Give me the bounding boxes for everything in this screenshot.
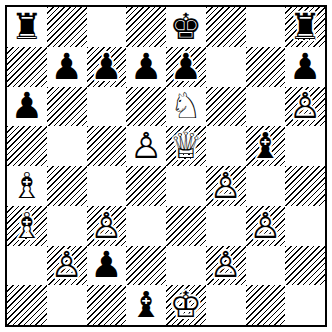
piece-white-pawn: ♙ bbox=[209, 247, 241, 283]
square-h6[interactable]: ♙ bbox=[285, 87, 325, 127]
piece-black-rook: ♜ bbox=[11, 9, 43, 45]
square-g3[interactable]: ♙ bbox=[246, 206, 286, 246]
piece-black-bishop: ♝ bbox=[249, 128, 281, 164]
square-c1[interactable] bbox=[87, 285, 127, 325]
square-e6[interactable]: ♘ bbox=[166, 87, 206, 127]
piece-black-rook: ♜ bbox=[289, 9, 321, 45]
square-a8[interactable]: ♜ bbox=[7, 7, 47, 47]
piece-black-bishop: ♝ bbox=[130, 287, 162, 323]
square-b1[interactable] bbox=[47, 285, 87, 325]
square-f6[interactable] bbox=[206, 87, 246, 127]
piece-white-pawn: ♙ bbox=[50, 247, 82, 283]
square-a6[interactable]: ♟ bbox=[7, 87, 47, 127]
square-f3[interactable] bbox=[206, 206, 246, 246]
piece-white-king: ♔ bbox=[170, 287, 202, 323]
square-e7[interactable]: ♟ bbox=[166, 47, 206, 87]
square-c5[interactable] bbox=[87, 126, 127, 166]
square-a1[interactable] bbox=[7, 285, 47, 325]
piece-black-pawn: ♟ bbox=[11, 88, 43, 124]
piece-black-king: ♚ bbox=[170, 9, 202, 45]
square-g7[interactable] bbox=[246, 47, 286, 87]
square-f7[interactable] bbox=[206, 47, 246, 87]
piece-black-pawn: ♟ bbox=[289, 49, 321, 85]
piece-white-bishop: ♗ bbox=[11, 208, 43, 244]
square-g6[interactable] bbox=[246, 87, 286, 127]
square-h2[interactable] bbox=[285, 246, 325, 286]
square-b7[interactable]: ♟ bbox=[47, 47, 87, 87]
square-b4[interactable] bbox=[47, 166, 87, 206]
square-f4[interactable]: ♙ bbox=[206, 166, 246, 206]
piece-white-queen: ♕ bbox=[170, 128, 202, 164]
piece-black-pawn: ♟ bbox=[90, 247, 122, 283]
piece-black-pawn: ♟ bbox=[50, 49, 82, 85]
square-b2[interactable]: ♙ bbox=[47, 246, 87, 286]
square-d3[interactable] bbox=[126, 206, 166, 246]
square-d6[interactable] bbox=[126, 87, 166, 127]
square-g1[interactable] bbox=[246, 285, 286, 325]
piece-white-pawn: ♙ bbox=[90, 208, 122, 244]
piece-white-pawn: ♙ bbox=[209, 168, 241, 204]
square-a2[interactable] bbox=[7, 246, 47, 286]
square-g8[interactable] bbox=[246, 7, 286, 47]
square-a7[interactable] bbox=[7, 47, 47, 87]
square-d4[interactable] bbox=[126, 166, 166, 206]
square-e5[interactable]: ♕ bbox=[166, 126, 206, 166]
chess-board: ♜♚♜♟♟♟♟♟♟♘♙♙♕♝♗♙♗♙♙♙♟♙♝♔ bbox=[5, 5, 327, 327]
square-h1[interactable] bbox=[285, 285, 325, 325]
square-c4[interactable] bbox=[87, 166, 127, 206]
square-h3[interactable] bbox=[285, 206, 325, 246]
piece-white-knight: ♘ bbox=[170, 88, 202, 124]
square-d7[interactable]: ♟ bbox=[126, 47, 166, 87]
square-h7[interactable]: ♟ bbox=[285, 47, 325, 87]
square-g2[interactable] bbox=[246, 246, 286, 286]
square-b3[interactable] bbox=[47, 206, 87, 246]
square-f5[interactable] bbox=[206, 126, 246, 166]
square-c6[interactable] bbox=[87, 87, 127, 127]
piece-white-pawn: ♙ bbox=[130, 128, 162, 164]
piece-white-pawn: ♙ bbox=[249, 208, 281, 244]
square-e3[interactable] bbox=[166, 206, 206, 246]
piece-black-pawn: ♟ bbox=[130, 49, 162, 85]
square-h5[interactable] bbox=[285, 126, 325, 166]
square-a5[interactable] bbox=[7, 126, 47, 166]
square-e1[interactable]: ♔ bbox=[166, 285, 206, 325]
square-b6[interactable] bbox=[47, 87, 87, 127]
square-h4[interactable] bbox=[285, 166, 325, 206]
piece-black-pawn: ♟ bbox=[90, 49, 122, 85]
square-f8[interactable] bbox=[206, 7, 246, 47]
square-g5[interactable]: ♝ bbox=[246, 126, 286, 166]
square-c8[interactable] bbox=[87, 7, 127, 47]
square-c7[interactable]: ♟ bbox=[87, 47, 127, 87]
square-b8[interactable] bbox=[47, 7, 87, 47]
square-e2[interactable] bbox=[166, 246, 206, 286]
square-f1[interactable] bbox=[206, 285, 246, 325]
square-h8[interactable]: ♜ bbox=[285, 7, 325, 47]
diagram-frame: ♜♚♜♟♟♟♟♟♟♘♙♙♕♝♗♙♗♙♙♙♟♙♝♔ bbox=[0, 0, 332, 332]
square-c2[interactable]: ♟ bbox=[87, 246, 127, 286]
square-e4[interactable] bbox=[166, 166, 206, 206]
piece-black-pawn: ♟ bbox=[170, 49, 202, 85]
square-b5[interactable] bbox=[47, 126, 87, 166]
square-g4[interactable] bbox=[246, 166, 286, 206]
square-d5[interactable]: ♙ bbox=[126, 126, 166, 166]
square-c3[interactable]: ♙ bbox=[87, 206, 127, 246]
square-d2[interactable] bbox=[126, 246, 166, 286]
square-f2[interactable]: ♙ bbox=[206, 246, 246, 286]
square-e8[interactable]: ♚ bbox=[166, 7, 206, 47]
piece-white-pawn: ♙ bbox=[289, 88, 321, 124]
square-a3[interactable]: ♗ bbox=[7, 206, 47, 246]
piece-white-bishop: ♗ bbox=[11, 168, 43, 204]
square-d1[interactable]: ♝ bbox=[126, 285, 166, 325]
square-a4[interactable]: ♗ bbox=[7, 166, 47, 206]
square-d8[interactable] bbox=[126, 7, 166, 47]
